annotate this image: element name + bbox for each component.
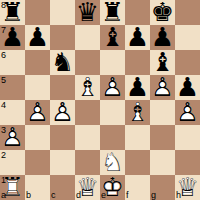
square-e7[interactable]: ♝: [100, 25, 125, 50]
square-a6[interactable]: 6: [0, 50, 25, 75]
piece-black-pawn[interactable]: ♟: [25, 25, 50, 50]
white-piece-outline: ♕: [75, 175, 100, 200]
piece-black-pawn[interactable]: ♟: [125, 25, 150, 50]
piece-white-king[interactable]: ♚♔: [100, 175, 125, 200]
file-label-g: g: [151, 191, 156, 200]
white-piece-outline: ♙: [25, 100, 50, 125]
square-a7[interactable]: 7♟: [0, 25, 25, 50]
square-d1[interactable]: d♛♕: [75, 175, 100, 200]
square-g1[interactable]: g: [150, 175, 175, 200]
white-piece-outline: ♖: [0, 175, 25, 200]
square-h7[interactable]: [175, 25, 200, 50]
square-e1[interactable]: e♚♔: [100, 175, 125, 200]
piece-white-pawn[interactable]: ♟♙: [25, 100, 50, 125]
square-b4[interactable]: ♟♙: [25, 100, 50, 125]
piece-black-pawn[interactable]: ♟: [0, 25, 25, 50]
piece-white-pawn[interactable]: ♟♙: [175, 100, 200, 125]
square-b2[interactable]: [25, 150, 50, 175]
square-d4[interactable]: [75, 100, 100, 125]
piece-black-queen[interactable]: ♛: [75, 0, 100, 25]
piece-black-knight[interactable]: ♞: [50, 50, 75, 75]
white-piece-outline: ♗: [75, 75, 100, 100]
square-g4[interactable]: [150, 100, 175, 125]
rank-label-4: 4: [1, 101, 6, 110]
square-a1[interactable]: 1a♜♖: [0, 175, 25, 200]
rank-label-5: 5: [1, 76, 6, 85]
file-label-f: f: [126, 191, 129, 200]
square-c1[interactable]: c: [50, 175, 75, 200]
piece-white-queen[interactable]: ♛♕: [75, 175, 100, 200]
chess-board: 8♜♛♜♚7♟♟♝♟♟6♞♝5♝♗♟♙♟♟♙♟4♟♙♟♙♝♗♟♙3♟♙2♞♘1a…: [0, 0, 200, 200]
square-a5[interactable]: 5: [0, 75, 25, 100]
square-d7[interactable]: [75, 25, 100, 50]
square-b1[interactable]: b: [25, 175, 50, 200]
rank-label-6: 6: [1, 51, 6, 60]
square-g3[interactable]: [150, 125, 175, 150]
square-c3[interactable]: [50, 125, 75, 150]
square-c4[interactable]: ♟♙: [50, 100, 75, 125]
file-label-b: b: [26, 191, 31, 200]
white-piece-outline: ♙: [100, 75, 125, 100]
square-f4[interactable]: ♝♗: [125, 100, 150, 125]
square-h8[interactable]: [175, 0, 200, 25]
white-piece-outline: ♗: [125, 100, 150, 125]
white-piece-outline: ♙: [175, 100, 200, 125]
white-piece-outline: ♙: [0, 125, 25, 150]
square-f7[interactable]: ♟: [125, 25, 150, 50]
square-c6[interactable]: ♞: [50, 50, 75, 75]
white-piece-outline: ♙: [50, 100, 75, 125]
square-d3[interactable]: [75, 125, 100, 150]
square-a3[interactable]: 3♟♙: [0, 125, 25, 150]
piece-white-pawn[interactable]: ♟♙: [0, 125, 25, 150]
square-f1[interactable]: f: [125, 175, 150, 200]
square-f3[interactable]: [125, 125, 150, 150]
square-b7[interactable]: ♟: [25, 25, 50, 50]
square-b3[interactable]: [25, 125, 50, 150]
piece-white-pawn[interactable]: ♟♙: [100, 75, 125, 100]
piece-white-bishop[interactable]: ♝♗: [75, 75, 100, 100]
square-e4[interactable]: [100, 100, 125, 125]
square-g5[interactable]: ♟♙: [150, 75, 175, 100]
square-h4[interactable]: ♟♙: [175, 100, 200, 125]
square-c2[interactable]: [50, 150, 75, 175]
square-h1[interactable]: h♛♕: [175, 175, 200, 200]
square-f2[interactable]: [125, 150, 150, 175]
square-d8[interactable]: ♛: [75, 0, 100, 25]
piece-white-pawn[interactable]: ♟♙: [150, 75, 175, 100]
square-g2[interactable]: [150, 150, 175, 175]
piece-white-bishop[interactable]: ♝♗: [125, 100, 150, 125]
piece-white-rook[interactable]: ♜♖: [0, 175, 25, 200]
square-h3[interactable]: [175, 125, 200, 150]
piece-black-bishop[interactable]: ♝: [100, 25, 125, 50]
piece-white-queen[interactable]: ♛♕: [175, 175, 200, 200]
square-b6[interactable]: [25, 50, 50, 75]
white-piece-outline: ♙: [150, 75, 175, 100]
square-e5[interactable]: ♟♙: [100, 75, 125, 100]
white-piece-outline: ♔: [100, 175, 125, 200]
piece-white-pawn[interactable]: ♟♙: [50, 100, 75, 125]
file-label-c: c: [51, 191, 56, 200]
rank-label-2: 2: [1, 151, 6, 160]
square-d5[interactable]: ♝♗: [75, 75, 100, 100]
square-c8[interactable]: [50, 0, 75, 25]
white-piece-outline: ♕: [175, 175, 200, 200]
